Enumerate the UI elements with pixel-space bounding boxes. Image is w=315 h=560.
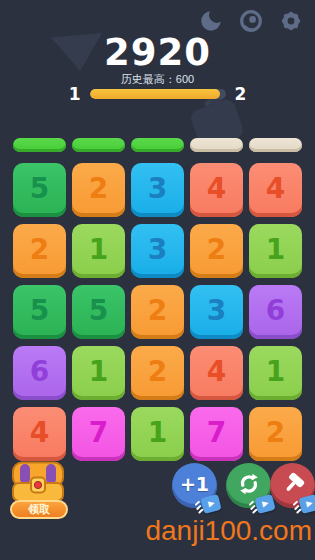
ad-play-badge: ▶: [200, 494, 221, 514]
shuffle-icon: [236, 471, 262, 497]
tile-r1c2-value-2[interactable]: 2: [72, 163, 125, 217]
tile-r2c1-value-2[interactable]: 2: [13, 224, 66, 278]
hammer-button[interactable]: ▶: [270, 463, 315, 508]
progress-fill: [90, 89, 221, 99]
tile-r3c5-value-6[interactable]: 6: [249, 285, 302, 339]
tile-r5c2-value-7[interactable]: 7: [72, 407, 125, 461]
tile-r2c3-value-3[interactable]: 3: [131, 224, 184, 278]
tile-r2c5-value-1[interactable]: 1: [249, 224, 302, 278]
queue-bar-1-green: [13, 138, 66, 152]
tile-r5c4-value-7[interactable]: 7: [190, 407, 243, 461]
watermark: danji100.com: [145, 515, 312, 547]
tile-r1c1-value-5[interactable]: 5: [13, 163, 66, 217]
progress-track: [90, 89, 226, 99]
level-next: 2: [235, 84, 247, 104]
tile-r5c3-value-1[interactable]: 1: [131, 407, 184, 461]
queue-bar-2-green: [72, 138, 125, 152]
tile-r4c1-value-6[interactable]: 6: [13, 346, 66, 400]
plus-one-button[interactable]: +1 ▶: [172, 463, 217, 508]
tile-r1c3-value-3[interactable]: 3: [131, 163, 184, 217]
game-screen: 2920 历史最高：600 1 2 5234421321552366124147…: [0, 0, 315, 560]
score-value: 2920: [0, 31, 315, 74]
shuffle-button[interactable]: ▶: [226, 463, 271, 508]
queue-bar-5-beige: [249, 138, 302, 152]
tile-r1c4-value-4[interactable]: 4: [190, 163, 243, 217]
level-progress: 1 2: [0, 84, 315, 104]
tile-r2c4-value-2[interactable]: 2: [190, 224, 243, 278]
ad-play-badge: ▶: [298, 494, 315, 514]
tile-r5c1-value-4[interactable]: 4: [13, 407, 66, 461]
level-current: 1: [69, 84, 81, 104]
tile-r4c4-value-4[interactable]: 4: [190, 346, 243, 400]
plus-one-label: +1: [180, 473, 209, 499]
hammer-icon: [280, 471, 306, 497]
tile-r4c3-value-2[interactable]: 2: [131, 346, 184, 400]
tile-r3c4-value-3[interactable]: 3: [190, 285, 243, 339]
queue-bar-4-beige: [190, 138, 243, 152]
tile-r3c3-value-2[interactable]: 2: [131, 285, 184, 339]
play-icon: ▶: [261, 499, 270, 508]
tile-r3c2-value-5[interactable]: 5: [72, 285, 125, 339]
play-icon: ▶: [207, 499, 216, 508]
queue-bar-3-green: [131, 138, 184, 152]
tile-r4c2-value-1[interactable]: 1: [72, 346, 125, 400]
queue-bars: [13, 138, 302, 152]
play-icon: ▶: [305, 499, 314, 508]
powerup-bar: +1 ▶ ▶: [0, 463, 315, 513]
tile-r2c2-value-1[interactable]: 1: [72, 224, 125, 278]
tile-r4c5-value-1[interactable]: 1: [249, 346, 302, 400]
tile-r3c1-value-5[interactable]: 5: [13, 285, 66, 339]
tile-r1c5-value-4[interactable]: 4: [249, 163, 302, 217]
board-tiles: 5234421321552366124147172: [13, 163, 302, 461]
tile-r5c5-value-2[interactable]: 2: [249, 407, 302, 461]
